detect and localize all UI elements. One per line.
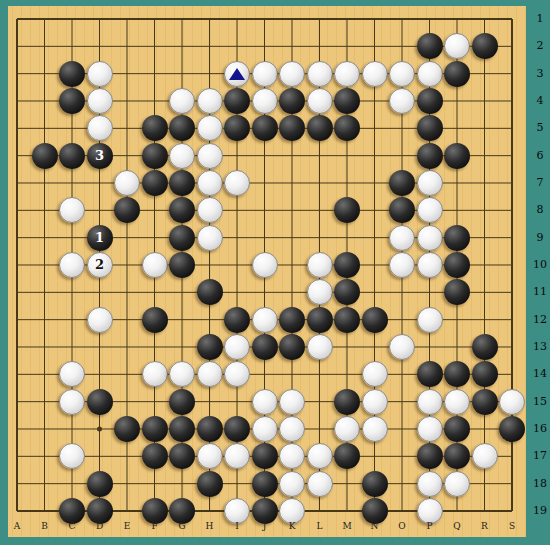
- black-stone-O7[interactable]: [389, 170, 415, 196]
- white-stone-L10[interactable]: [307, 252, 333, 278]
- black-stone-C6[interactable]: [59, 143, 85, 169]
- black-stone-L12[interactable]: [307, 307, 333, 333]
- white-stone-Q15[interactable]: [444, 389, 470, 415]
- black-stone-R15[interactable]: [472, 389, 498, 415]
- row-label-5: 5: [527, 121, 550, 134]
- column-label-I: I: [227, 521, 247, 531]
- white-stone-J12[interactable]: [252, 307, 278, 333]
- white-stone-P18[interactable]: [417, 471, 443, 497]
- column-label-G: G: [172, 521, 192, 531]
- white-stone-F10[interactable]: [142, 252, 168, 278]
- black-stone-Q10[interactable]: [444, 252, 470, 278]
- black-stone-F6[interactable]: [142, 143, 168, 169]
- white-stone-P8[interactable]: [417, 197, 443, 223]
- white-stone-G6[interactable]: [169, 143, 195, 169]
- white-stone-P9[interactable]: [417, 225, 443, 251]
- row-label-12: 12: [527, 313, 550, 326]
- column-label-O: O: [392, 521, 412, 531]
- white-stone-F14[interactable]: [142, 361, 168, 387]
- white-stone-P3[interactable]: [417, 61, 443, 87]
- white-stone-H8[interactable]: [197, 197, 223, 223]
- white-stone-N3[interactable]: [362, 61, 388, 87]
- black-stone-H11[interactable]: [197, 279, 223, 305]
- black-stone-N18[interactable]: [362, 471, 388, 497]
- white-stone-L18[interactable]: [307, 471, 333, 497]
- black-stone-H18[interactable]: [197, 471, 223, 497]
- row-label-15: 15: [527, 395, 550, 408]
- white-stone-M16[interactable]: [334, 416, 360, 442]
- white-stone-K15[interactable]: [279, 389, 305, 415]
- white-stone-Q18[interactable]: [444, 471, 470, 497]
- black-stone-M12[interactable]: [334, 307, 360, 333]
- row-label-10: 10: [527, 258, 550, 271]
- column-label-H: H: [200, 521, 220, 531]
- black-stone-Q16[interactable]: [444, 416, 470, 442]
- black-stone-F17[interactable]: [142, 443, 168, 469]
- column-label-N: N: [365, 521, 385, 531]
- white-stone-O10[interactable]: [389, 252, 415, 278]
- goban[interactable]: 312ABCDEFGHIJKLMNOPQRS: [8, 6, 526, 537]
- white-stone-P10[interactable]: [417, 252, 443, 278]
- column-label-J: J: [255, 521, 275, 531]
- column-label-R: R: [475, 521, 495, 531]
- white-stone-H7[interactable]: [197, 170, 223, 196]
- black-stone-C4[interactable]: [59, 88, 85, 114]
- column-label-K: K: [282, 521, 302, 531]
- black-stone-M4[interactable]: [334, 88, 360, 114]
- black-stone-P5[interactable]: [417, 115, 443, 141]
- row-label-11: 11: [527, 285, 550, 298]
- white-stone-H17[interactable]: [197, 443, 223, 469]
- white-stone-J10[interactable]: [252, 252, 278, 278]
- black-stone-F16[interactable]: [142, 416, 168, 442]
- row-label-16: 16: [527, 422, 550, 435]
- black-stone-J5[interactable]: [252, 115, 278, 141]
- black-stone-R2[interactable]: [472, 33, 498, 59]
- black-stone-F12[interactable]: [142, 307, 168, 333]
- white-stone-I7[interactable]: [224, 170, 250, 196]
- black-stone-Q9[interactable]: [444, 225, 470, 251]
- white-stone-L17[interactable]: [307, 443, 333, 469]
- column-label-C: C: [62, 521, 82, 531]
- white-stone-G4[interactable]: [169, 88, 195, 114]
- black-stone-P6[interactable]: [417, 143, 443, 169]
- white-stone-P15[interactable]: [417, 389, 443, 415]
- black-stone-L5[interactable]: [307, 115, 333, 141]
- white-stone-D5[interactable]: [87, 115, 113, 141]
- row-label-4: 4: [527, 94, 550, 107]
- black-stone-R13[interactable]: [472, 334, 498, 360]
- column-label-F: F: [145, 521, 165, 531]
- row-label-3: 3: [527, 67, 550, 80]
- white-stone-H6[interactable]: [197, 143, 223, 169]
- white-stone-D4[interactable]: [87, 88, 113, 114]
- white-stone-O3[interactable]: [389, 61, 415, 87]
- column-label-B: B: [35, 521, 55, 531]
- column-label-A: A: [7, 521, 27, 531]
- row-label-2: 2: [527, 39, 550, 52]
- white-stone-J4[interactable]: [252, 88, 278, 114]
- row-label-6: 6: [527, 149, 550, 162]
- black-stone-G9[interactable]: [169, 225, 195, 251]
- white-stone-L3[interactable]: [307, 61, 333, 87]
- move-number-label: 2: [95, 258, 104, 271]
- white-stone-I3[interactable]: [224, 61, 250, 87]
- black-stone-P2[interactable]: [417, 33, 443, 59]
- column-label-E: E: [117, 521, 137, 531]
- black-stone-M10[interactable]: [334, 252, 360, 278]
- black-stone-M15[interactable]: [334, 389, 360, 415]
- black-stone-D9[interactable]: 1: [87, 225, 113, 251]
- black-stone-J18[interactable]: [252, 471, 278, 497]
- row-label-14: 14: [527, 367, 550, 380]
- black-stone-Q6[interactable]: [444, 143, 470, 169]
- white-stone-P16[interactable]: [417, 416, 443, 442]
- black-stone-S16[interactable]: [499, 416, 525, 442]
- move-number-label: 1: [95, 231, 104, 244]
- white-stone-O4[interactable]: [389, 88, 415, 114]
- white-stone-I13[interactable]: [224, 334, 250, 360]
- white-stone-J3[interactable]: [252, 61, 278, 87]
- black-stone-Q3[interactable]: [444, 61, 470, 87]
- black-stone-E16[interactable]: [114, 416, 140, 442]
- row-label-19: 19: [527, 504, 550, 517]
- white-stone-D3[interactable]: [87, 61, 113, 87]
- white-stone-K3[interactable]: [279, 61, 305, 87]
- black-stone-K12[interactable]: [279, 307, 305, 333]
- column-label-M: M: [337, 521, 357, 531]
- black-stone-G10[interactable]: [169, 252, 195, 278]
- black-stone-G16[interactable]: [169, 416, 195, 442]
- black-stone-D18[interactable]: [87, 471, 113, 497]
- white-stone-J15[interactable]: [252, 389, 278, 415]
- black-stone-D15[interactable]: [87, 389, 113, 415]
- white-stone-L11[interactable]: [307, 279, 333, 305]
- white-stone-J16[interactable]: [252, 416, 278, 442]
- black-stone-C3[interactable]: [59, 61, 85, 87]
- black-stone-D6[interactable]: 3: [87, 143, 113, 169]
- move-number-label: 3: [95, 149, 104, 162]
- white-stone-M3[interactable]: [334, 61, 360, 87]
- white-stone-K18[interactable]: [279, 471, 305, 497]
- black-stone-J17[interactable]: [252, 443, 278, 469]
- white-stone-O13[interactable]: [389, 334, 415, 360]
- row-label-13: 13: [527, 340, 550, 353]
- black-stone-H13[interactable]: [197, 334, 223, 360]
- row-label-1: 1: [527, 12, 550, 25]
- black-stone-P4[interactable]: [417, 88, 443, 114]
- row-label-9: 9: [527, 231, 550, 244]
- black-stone-N12[interactable]: [362, 307, 388, 333]
- white-stone-C10[interactable]: [59, 252, 85, 278]
- white-stone-R17[interactable]: [472, 443, 498, 469]
- black-stone-I12[interactable]: [224, 307, 250, 333]
- black-stone-B6[interactable]: [32, 143, 58, 169]
- white-stone-L4[interactable]: [307, 88, 333, 114]
- black-stone-R14[interactable]: [472, 361, 498, 387]
- black-stone-K13[interactable]: [279, 334, 305, 360]
- white-stone-E7[interactable]: [114, 170, 140, 196]
- row-label-7: 7: [527, 176, 550, 189]
- white-stone-O9[interactable]: [389, 225, 415, 251]
- white-stone-P7[interactable]: [417, 170, 443, 196]
- black-stone-H16[interactable]: [197, 416, 223, 442]
- go-app-window: 312ABCDEFGHIJKLMNOPQRS 12345678910111213…: [0, 0, 550, 545]
- white-stone-S15[interactable]: [499, 389, 525, 415]
- row-label-8: 8: [527, 203, 550, 216]
- black-stone-G15[interactable]: [169, 389, 195, 415]
- white-stone-N16[interactable]: [362, 416, 388, 442]
- white-stone-N15[interactable]: [362, 389, 388, 415]
- column-label-Q: Q: [447, 521, 467, 531]
- black-stone-I16[interactable]: [224, 416, 250, 442]
- row-label-18: 18: [527, 477, 550, 490]
- black-stone-G7[interactable]: [169, 170, 195, 196]
- black-stone-F5[interactable]: [142, 115, 168, 141]
- white-stone-N14[interactable]: [362, 361, 388, 387]
- white-stone-P12[interactable]: [417, 307, 443, 333]
- column-label-S: S: [502, 521, 522, 531]
- white-stone-H9[interactable]: [197, 225, 223, 251]
- black-stone-J13[interactable]: [252, 334, 278, 360]
- white-stone-L13[interactable]: [307, 334, 333, 360]
- white-stone-H14[interactable]: [197, 361, 223, 387]
- column-label-D: D: [90, 521, 110, 531]
- black-stone-K4[interactable]: [279, 88, 305, 114]
- white-stone-H5[interactable]: [197, 115, 223, 141]
- row-label-17: 17: [527, 449, 550, 462]
- black-stone-P17[interactable]: [417, 443, 443, 469]
- white-stone-K16[interactable]: [279, 416, 305, 442]
- white-stone-C15[interactable]: [59, 389, 85, 415]
- column-label-L: L: [310, 521, 330, 531]
- black-stone-P14[interactable]: [417, 361, 443, 387]
- white-stone-H4[interactable]: [197, 88, 223, 114]
- black-stone-I4[interactable]: [224, 88, 250, 114]
- black-stone-F7[interactable]: [142, 170, 168, 196]
- triangle-marker-icon: [229, 68, 245, 80]
- column-label-P: P: [420, 521, 440, 531]
- white-stone-D12[interactable]: [87, 307, 113, 333]
- white-stone-D10[interactable]: 2: [87, 252, 113, 278]
